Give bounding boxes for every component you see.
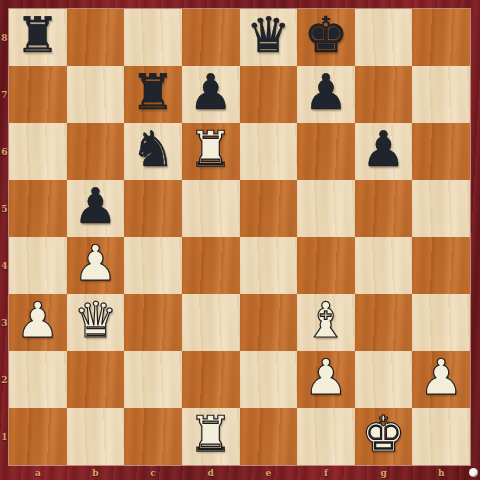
piece-white-queen: ♛ (73, 296, 117, 345)
square-h8[interactable] (412, 9, 470, 66)
square-b8[interactable] (67, 9, 125, 66)
square-c1[interactable] (124, 408, 182, 465)
file-label-g: g (355, 465, 413, 480)
square-c4[interactable] (124, 237, 182, 294)
square-a7[interactable] (9, 66, 67, 123)
board-frame: ♜♛♚♜♟♟♞♜♟♟♟♟♛♝♟♟♜♚ 87654321 abcdefgh (0, 0, 480, 480)
piece-black-rook: ♜ (131, 68, 175, 117)
square-b3[interactable]: ♛ (67, 294, 125, 351)
piece-black-pawn: ♟ (304, 68, 348, 117)
square-f7[interactable]: ♟ (297, 66, 355, 123)
piece-white-pawn: ♟ (304, 353, 348, 402)
square-a5[interactable] (9, 180, 67, 237)
file-label-e: e (240, 465, 298, 480)
square-c5[interactable] (124, 180, 182, 237)
white-to-move-indicator (469, 468, 478, 477)
square-h7[interactable] (412, 66, 470, 123)
rank-label-5: 5 (0, 180, 9, 237)
piece-white-rook: ♜ (189, 125, 233, 174)
square-c6[interactable]: ♞ (124, 123, 182, 180)
rank-label-2: 2 (0, 351, 9, 408)
piece-black-rook: ♜ (16, 11, 60, 60)
piece-white-bishop: ♝ (304, 296, 348, 345)
square-h2[interactable]: ♟ (412, 351, 470, 408)
square-e8[interactable]: ♛ (240, 9, 298, 66)
file-label-a: a (9, 465, 67, 480)
square-f6[interactable] (297, 123, 355, 180)
square-f5[interactable] (297, 180, 355, 237)
piece-white-pawn: ♟ (419, 353, 463, 402)
piece-black-pawn: ♟ (73, 182, 117, 231)
square-f4[interactable] (297, 237, 355, 294)
square-d8[interactable] (182, 9, 240, 66)
square-e2[interactable] (240, 351, 298, 408)
piece-black-pawn: ♟ (362, 125, 406, 174)
square-e1[interactable] (240, 408, 298, 465)
square-h1[interactable] (412, 408, 470, 465)
file-labels: abcdefgh (9, 465, 470, 480)
square-d1[interactable]: ♜ (182, 408, 240, 465)
square-d3[interactable] (182, 294, 240, 351)
file-label-h: h (412, 465, 470, 480)
square-g4[interactable] (355, 237, 413, 294)
square-c3[interactable] (124, 294, 182, 351)
square-b6[interactable] (67, 123, 125, 180)
square-c8[interactable] (124, 9, 182, 66)
square-g2[interactable] (355, 351, 413, 408)
file-label-b: b (67, 465, 125, 480)
chess-board: ♜♛♚♜♟♟♞♜♟♟♟♟♛♝♟♟♜♚ (9, 9, 470, 465)
square-c7[interactable]: ♜ (124, 66, 182, 123)
square-h5[interactable] (412, 180, 470, 237)
square-d6[interactable]: ♜ (182, 123, 240, 180)
piece-black-pawn: ♟ (189, 68, 233, 117)
file-label-f: f (297, 465, 355, 480)
square-e4[interactable] (240, 237, 298, 294)
rank-label-6: 6 (0, 123, 9, 180)
square-h6[interactable] (412, 123, 470, 180)
piece-white-pawn: ♟ (16, 296, 60, 345)
rank-label-4: 4 (0, 237, 9, 294)
square-a6[interactable] (9, 123, 67, 180)
square-g3[interactable] (355, 294, 413, 351)
square-g6[interactable]: ♟ (355, 123, 413, 180)
square-g7[interactable] (355, 66, 413, 123)
square-a2[interactable] (9, 351, 67, 408)
square-c2[interactable] (124, 351, 182, 408)
square-b5[interactable]: ♟ (67, 180, 125, 237)
square-d4[interactable] (182, 237, 240, 294)
rank-labels: 87654321 (0, 9, 9, 465)
square-h4[interactable] (412, 237, 470, 294)
square-g5[interactable] (355, 180, 413, 237)
square-b1[interactable] (67, 408, 125, 465)
rank-label-1: 1 (0, 408, 9, 465)
file-label-c: c (124, 465, 182, 480)
square-f8[interactable]: ♚ (297, 9, 355, 66)
square-e3[interactable] (240, 294, 298, 351)
square-b7[interactable] (67, 66, 125, 123)
square-a8[interactable]: ♜ (9, 9, 67, 66)
square-d5[interactable] (182, 180, 240, 237)
piece-white-pawn: ♟ (73, 239, 117, 288)
piece-white-king: ♚ (362, 410, 406, 459)
square-f3[interactable]: ♝ (297, 294, 355, 351)
rank-label-3: 3 (0, 294, 9, 351)
rank-label-7: 7 (0, 66, 9, 123)
square-e5[interactable] (240, 180, 298, 237)
file-label-d: d (182, 465, 240, 480)
square-a4[interactable] (9, 237, 67, 294)
square-f2[interactable]: ♟ (297, 351, 355, 408)
square-g8[interactable] (355, 9, 413, 66)
square-g1[interactable]: ♚ (355, 408, 413, 465)
piece-black-queen: ♛ (246, 11, 290, 60)
piece-white-rook: ♜ (189, 410, 233, 459)
square-e7[interactable] (240, 66, 298, 123)
square-a3[interactable]: ♟ (9, 294, 67, 351)
square-b4[interactable]: ♟ (67, 237, 125, 294)
square-h3[interactable] (412, 294, 470, 351)
square-d2[interactable] (182, 351, 240, 408)
rank-label-8: 8 (0, 9, 9, 66)
square-d7[interactable]: ♟ (182, 66, 240, 123)
piece-black-king: ♚ (304, 11, 348, 60)
piece-black-knight: ♞ (131, 125, 175, 174)
square-b2[interactable] (67, 351, 125, 408)
square-a1[interactable] (9, 408, 67, 465)
square-f1[interactable] (297, 408, 355, 465)
square-e6[interactable] (240, 123, 298, 180)
